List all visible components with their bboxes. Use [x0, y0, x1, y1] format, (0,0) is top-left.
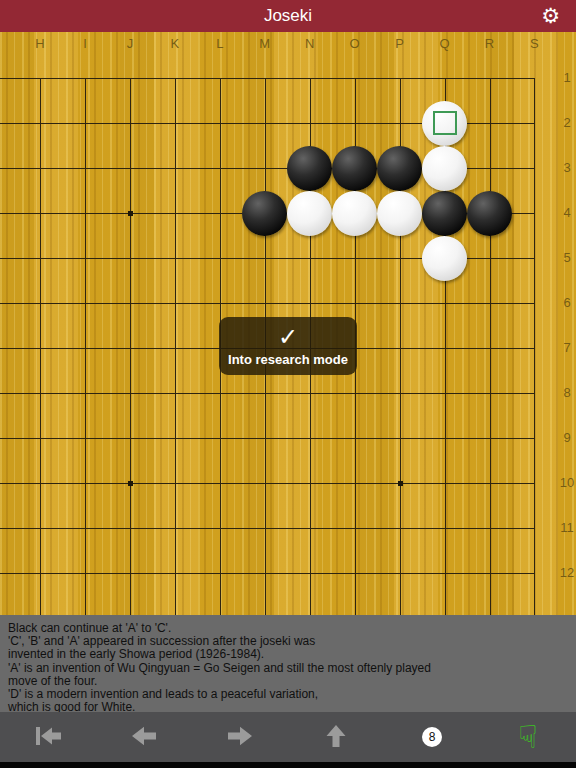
row-label: 5: [554, 250, 576, 265]
page-title: Joseki: [264, 6, 312, 26]
row-label: 7: [554, 340, 576, 355]
joseki-description: Black can continue at 'A' to 'C'.'C', 'B…: [0, 615, 576, 712]
checkmark-icon: ✓: [278, 325, 298, 349]
arrow-right-icon: [226, 724, 254, 751]
grid-line-vertical: [490, 78, 491, 615]
move-number-button[interactable]: 8: [408, 717, 456, 757]
grid-line-vertical: [130, 78, 131, 615]
black-stone[interactable]: [467, 191, 512, 236]
gear-icon: ⚙: [541, 4, 560, 28]
black-stone[interactable]: [287, 146, 332, 191]
column-label: M: [254, 36, 276, 51]
column-label: K: [164, 36, 186, 51]
white-stone[interactable]: [287, 191, 332, 236]
grid-line-horizontal: [0, 393, 535, 394]
column-label: S: [523, 36, 545, 51]
column-label: H: [29, 36, 51, 51]
column-label: Q: [434, 36, 456, 51]
grid-line-horizontal: [0, 483, 535, 484]
grid-line-vertical: [534, 78, 535, 615]
move-number-badge: 8: [422, 727, 442, 747]
white-stone[interactable]: [422, 146, 467, 191]
arrow-left-icon: [130, 724, 158, 751]
black-stone[interactable]: [332, 146, 377, 191]
grid-line-horizontal: [0, 528, 535, 529]
star-point: [398, 481, 403, 486]
column-label: L: [209, 36, 231, 51]
skip-to-start-icon: [33, 724, 63, 751]
column-label: R: [479, 36, 501, 51]
toast-message: Into research mode: [228, 352, 348, 367]
row-label: 8: [554, 385, 576, 400]
row-label: 6: [554, 295, 576, 310]
row-label: 4: [554, 205, 576, 220]
row-label: 11: [554, 520, 576, 535]
column-label: P: [389, 36, 411, 51]
bottom-edge: [0, 762, 576, 768]
row-label: 9: [554, 430, 576, 445]
description-line: 'A' is an invention of Wu Qingyuan = Go …: [8, 662, 576, 675]
grid-line-horizontal: [0, 303, 535, 304]
black-stone[interactable]: [242, 191, 287, 236]
grid-line-vertical: [85, 78, 86, 615]
bottom-toolbar: 8 ☟: [0, 712, 576, 762]
description-line: invented in the early Showa period (1926…: [8, 648, 576, 661]
toast-research-mode: ✓ Into research mode: [219, 317, 357, 375]
skip-to-start-button[interactable]: [24, 717, 72, 757]
grid-line-horizontal: [0, 573, 535, 574]
column-label: I: [74, 36, 96, 51]
black-stone[interactable]: [377, 146, 422, 191]
grid-line-horizontal: [0, 78, 535, 79]
arrow-up-icon: [324, 723, 348, 752]
grid-line-vertical: [40, 78, 41, 615]
black-stone[interactable]: [422, 191, 467, 236]
forward-button[interactable]: [216, 717, 264, 757]
column-label: N: [299, 36, 321, 51]
white-stone[interactable]: [422, 236, 467, 281]
row-label: 1: [554, 70, 576, 85]
white-stone[interactable]: [377, 191, 422, 236]
settings-button[interactable]: ⚙: [541, 0, 560, 32]
row-label: 2: [554, 115, 576, 130]
last-move-marker: [433, 111, 457, 135]
column-label: O: [344, 36, 366, 51]
grid-line-horizontal: [0, 438, 535, 439]
white-stone[interactable]: [332, 191, 377, 236]
up-button[interactable]: [312, 717, 360, 757]
column-label: J: [119, 36, 141, 51]
star-point: [128, 211, 133, 216]
green-hand-icon: ☟: [518, 721, 537, 753]
row-label: 3: [554, 160, 576, 175]
grid-line-vertical: [175, 78, 176, 615]
row-label: 12: [554, 565, 576, 580]
star-point: [128, 481, 133, 486]
title-bar: Joseki ⚙: [0, 0, 576, 33]
row-label: 10: [554, 475, 576, 490]
play-button[interactable]: ☟: [504, 717, 552, 757]
back-button[interactable]: [120, 717, 168, 757]
